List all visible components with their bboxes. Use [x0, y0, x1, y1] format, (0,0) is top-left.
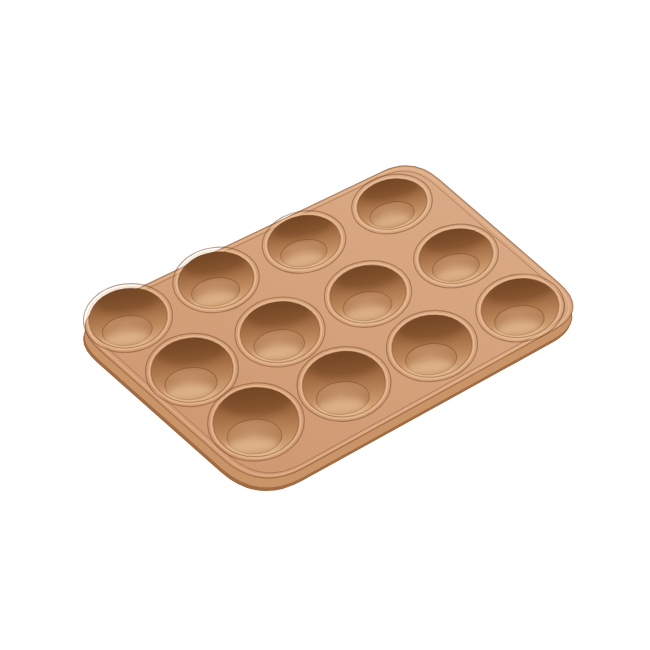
product-photo: [0, 0, 650, 650]
muffin-pan: [79, 166, 573, 491]
muffin-pan-image: [0, 0, 650, 650]
